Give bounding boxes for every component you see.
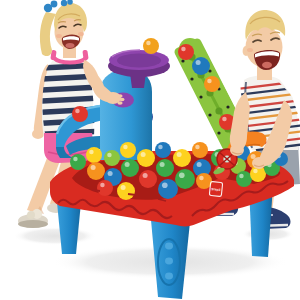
ball-highlight (196, 60, 201, 65)
ball-highlight (108, 171, 113, 176)
ball-highlight (160, 162, 165, 167)
play-ball (192, 142, 208, 158)
girl-cheek-left (56, 34, 62, 38)
ball-highlight (75, 109, 79, 113)
play-ball (192, 57, 210, 75)
joint (215, 107, 222, 114)
ball-on-funnel (143, 38, 159, 54)
ball-highlight (179, 172, 185, 178)
boy-cheek (247, 48, 253, 52)
girl-neck-trim (54, 58, 86, 63)
girl-shadow (13, 227, 97, 245)
play-ball (156, 159, 174, 177)
peg (199, 95, 202, 98)
play-ball (104, 150, 120, 166)
ball-highlight (123, 145, 127, 149)
play-ball (173, 149, 191, 167)
play-ball (120, 142, 136, 158)
play-ball (137, 149, 155, 167)
play-ball (143, 38, 159, 54)
play-ball (70, 154, 86, 170)
play-ball (139, 170, 157, 188)
ball-highlight (158, 145, 162, 149)
peg (190, 77, 193, 80)
ball-highlight (222, 117, 226, 121)
ball-highlight (121, 185, 126, 190)
play-ball (87, 162, 105, 180)
ball-highlight (253, 169, 257, 173)
ball-highlight (141, 152, 146, 157)
boy-tongue (262, 62, 272, 68)
ball-highlight (162, 182, 168, 188)
leg-bump2 (165, 258, 173, 265)
peg (208, 113, 211, 116)
ball-highlight (197, 162, 202, 167)
peg (226, 105, 229, 108)
play-ball (196, 173, 212, 189)
play-ball (121, 159, 139, 177)
photo-canvas: Step2 (0, 0, 300, 300)
ball-highlight (146, 41, 150, 45)
play-ball (178, 44, 194, 60)
product-photo: Step2 (0, 0, 300, 300)
ball-highlight (91, 165, 96, 170)
play-ball (175, 169, 195, 189)
girl-finger3 (117, 101, 122, 105)
ball-highlight (199, 176, 203, 180)
ball-highlight (177, 152, 182, 157)
girl-pigtail (40, 12, 56, 56)
play-ball (97, 180, 113, 196)
funnel-dish (117, 54, 161, 68)
play-ball (155, 142, 171, 158)
ball-highlight (107, 153, 111, 157)
ball-highlight (195, 145, 199, 149)
ball-highlight (239, 174, 243, 178)
ball-highlight (125, 162, 130, 167)
girl-finger1 (117, 94, 122, 98)
play-ball (204, 76, 220, 92)
play-ball (117, 182, 135, 200)
girl-hair-tie3 (61, 0, 67, 6)
play-ball (236, 171, 252, 187)
girl-sandal-pompom2 (27, 211, 35, 219)
leg-bump3 (165, 273, 173, 280)
peg (217, 131, 220, 134)
ball-highlight (181, 47, 185, 51)
boy-lace-dot2 (271, 214, 273, 216)
peg (181, 59, 184, 62)
ball-highlight (89, 150, 93, 154)
play-ball (158, 179, 178, 199)
ball-highlight (143, 173, 148, 178)
ball-highlight (73, 157, 77, 161)
leg-bump1 (165, 243, 173, 250)
ball-highlight (207, 79, 211, 83)
girl-cheek-right (78, 32, 84, 36)
girl-tongue (66, 43, 75, 48)
play-ball (72, 106, 88, 122)
girl-finger2 (119, 98, 124, 102)
play-ball (86, 147, 102, 163)
girl-sandal-sole (18, 220, 48, 228)
girl-hair-tie2 (51, 1, 58, 8)
ball-highlight (100, 183, 104, 187)
girl-left-hand (32, 129, 44, 139)
boy-left-hand (252, 157, 266, 169)
